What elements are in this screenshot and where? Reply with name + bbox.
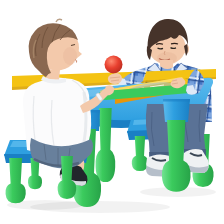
left-child-head bbox=[29, 19, 82, 80]
right-stool-leg-left bbox=[132, 136, 148, 171]
floor-shadows bbox=[7, 187, 216, 213]
right-child-head bbox=[147, 19, 189, 65]
product-photo bbox=[0, 0, 224, 224]
left-stool-leg-front-left bbox=[5, 158, 25, 203]
red-ball bbox=[105, 56, 123, 74]
scene-illustration bbox=[0, 0, 224, 224]
